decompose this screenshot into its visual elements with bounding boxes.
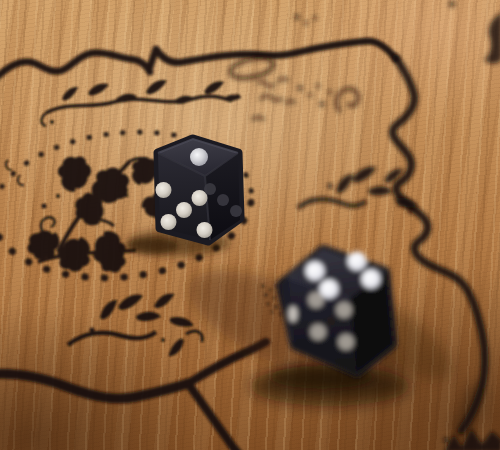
corner-wisp	[449, 1, 500, 64]
board-ornament	[0, 1, 500, 450]
medallion-floral	[6, 151, 174, 276]
crest-cartouche	[229, 15, 359, 121]
front-die-top-face-pips	[190, 148, 208, 166]
front-die-contact-shadow	[126, 238, 178, 254]
frame-line-top	[0, 41, 396, 80]
flourish-top-band	[42, 79, 242, 126]
flourish-bottom-left	[68, 292, 202, 358]
front-die[interactable]	[156, 139, 243, 241]
photo-scene	[0, 0, 500, 450]
frame-corner-ornament	[444, 428, 500, 450]
rear-die-left-face-pips	[289, 306, 298, 322]
flourish-right	[298, 166, 419, 215]
frame-line-bottom	[0, 342, 266, 450]
board-art	[0, 0, 500, 450]
